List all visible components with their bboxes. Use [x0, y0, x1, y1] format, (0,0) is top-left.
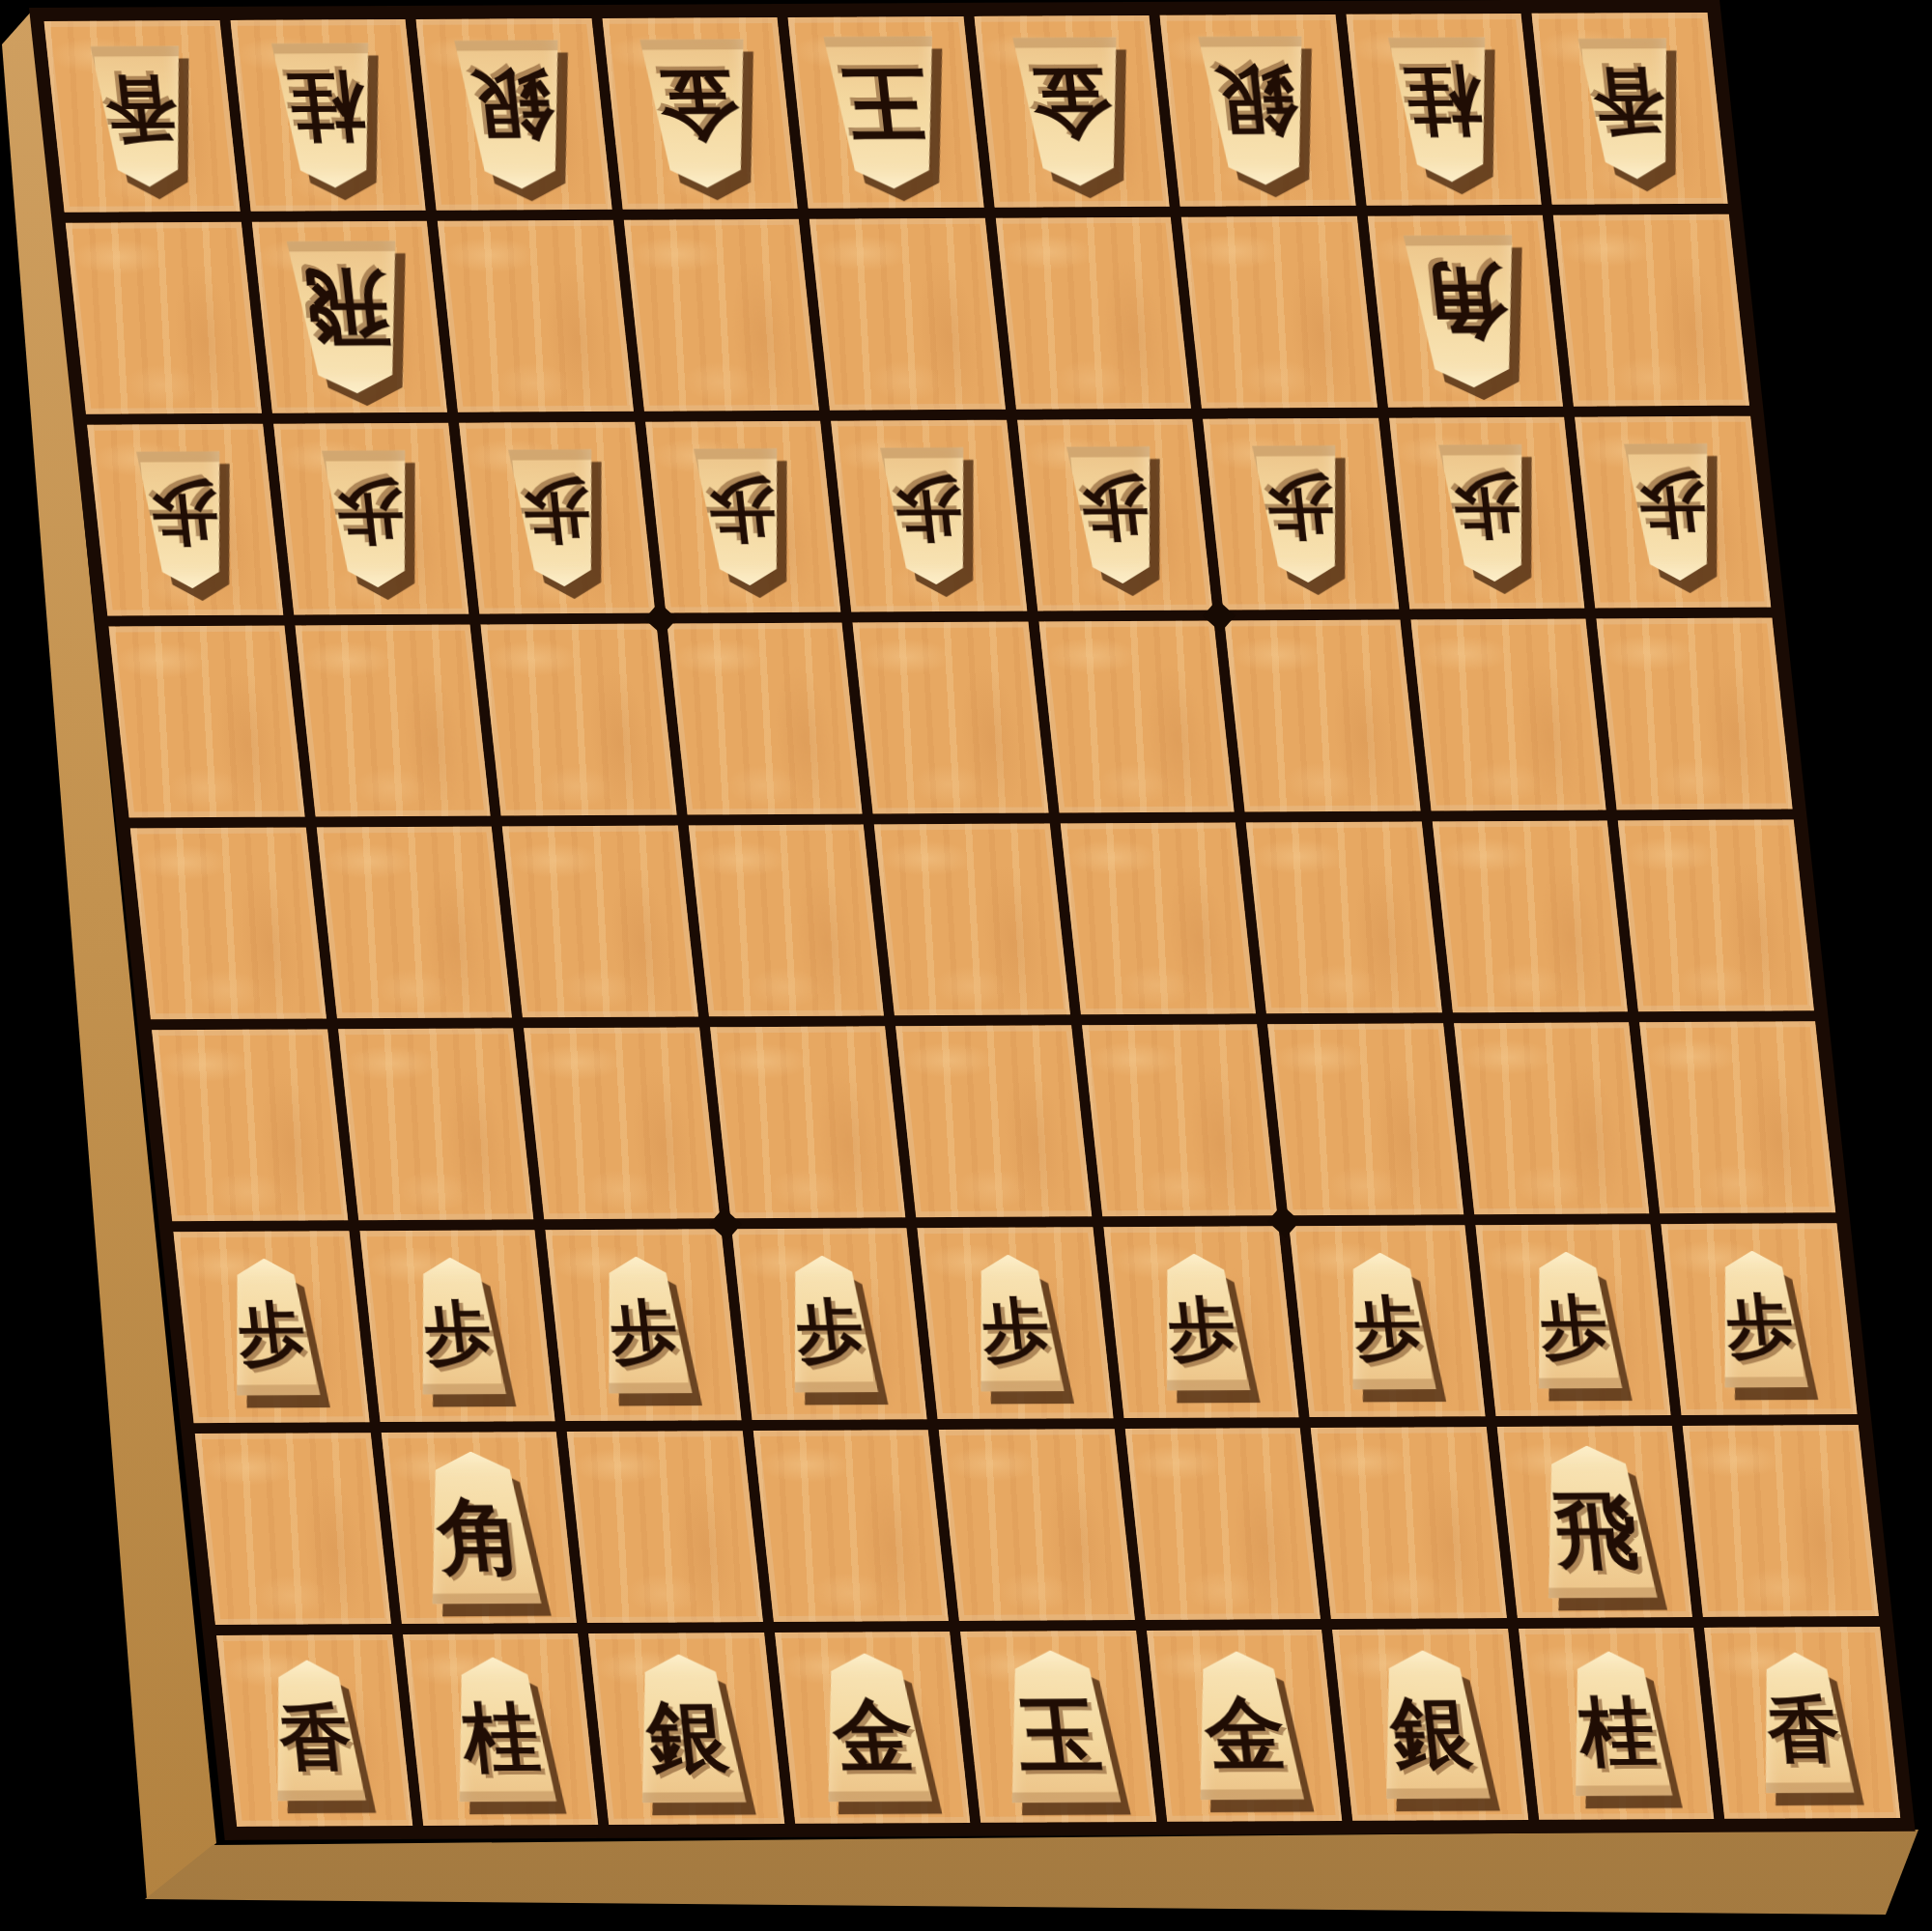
koma-body: 角 — [409, 1451, 549, 1604]
square-6f[interactable] — [710, 1026, 906, 1218]
piece-gote-pawn[interactable]: 歩 — [1433, 444, 1542, 582]
koma-body: 歩 — [874, 447, 983, 584]
piece-sente-pawn[interactable]: 歩 — [588, 1256, 697, 1393]
square-9e[interactable] — [130, 828, 327, 1020]
piece-gote-pawn[interactable]: 歩 — [1618, 443, 1727, 581]
square-6a[interactable]: 金 — [602, 17, 798, 210]
kanji-label: 香 — [1590, 66, 1669, 137]
piece-gote-pawn[interactable]: 歩 — [1246, 445, 1355, 582]
square-9b[interactable] — [66, 222, 262, 414]
square-6b[interactable] — [623, 219, 819, 412]
kanji-label: 歩 — [1263, 473, 1337, 541]
square-5e[interactable] — [874, 823, 1070, 1015]
kanji-label: 歩 — [1077, 474, 1151, 542]
kanji-label: 歩 — [607, 1297, 681, 1365]
square-5c[interactable]: 歩 — [831, 420, 1027, 612]
piece-sente-silver[interactable]: 銀 — [1364, 1650, 1497, 1800]
koma-body: 歩 — [588, 1256, 697, 1393]
koma-body: 桂 — [1553, 1651, 1679, 1797]
square-2e[interactable] — [1433, 820, 1629, 1012]
kanji-label: 金 — [1202, 1694, 1290, 1774]
piece-sente-silver[interactable]: 銀 — [619, 1654, 753, 1803]
koma-body: 歩 — [403, 1257, 512, 1394]
piece-gote-silver[interactable]: 銀 — [447, 40, 581, 189]
koma-body: 金 — [633, 39, 766, 188]
koma-body: 歩 — [1705, 1250, 1814, 1387]
koma-body: 銀 — [447, 40, 581, 189]
kanji-label: 桂 — [460, 1699, 543, 1775]
kanji-label: 歩 — [705, 476, 780, 544]
koma-body: 金 — [806, 1653, 939, 1803]
square-6h[interactable] — [753, 1430, 949, 1622]
square-6g[interactable]: 歩 — [731, 1228, 927, 1420]
piece-gote-silver[interactable]: 銀 — [1191, 36, 1324, 185]
square-7c[interactable]: 歩 — [459, 422, 655, 614]
square-1a[interactable]: 香 — [1532, 13, 1728, 205]
kanji-label: 玉 — [1013, 1693, 1105, 1776]
shogi-scene: 香桂銀金王金銀桂香飛角歩歩歩歩歩歩歩歩歩歩歩歩歩歩歩歩歩歩角飛香桂銀金玉金銀桂香 — [0, 0, 1932, 1931]
piece-gote-rook[interactable]: 飛 — [279, 241, 419, 394]
kanji-label: 香 — [1764, 1694, 1843, 1766]
koma-body: 歩 — [316, 450, 425, 587]
koma-body: 歩 — [1519, 1251, 1628, 1388]
piece-gote-pawn[interactable]: 歩 — [130, 451, 240, 588]
square-5i[interactable]: 玉 — [960, 1631, 1156, 1823]
koma-body: 歩 — [1333, 1252, 1442, 1389]
square-5f[interactable] — [895, 1025, 1092, 1217]
kanji-label: 歩 — [147, 479, 221, 547]
square-9i[interactable]: 香 — [216, 1634, 412, 1827]
koma-body: 歩 — [1618, 443, 1727, 581]
koma-body: 桂 — [1381, 37, 1507, 183]
square-7i[interactable]: 銀 — [588, 1633, 784, 1825]
kanji-label: 飛 — [302, 267, 394, 350]
piece-sente-rook[interactable]: 飛 — [1525, 1445, 1665, 1599]
square-5a[interactable]: 王 — [788, 16, 984, 209]
piece-gote-lance[interactable]: 香 — [1572, 38, 1688, 179]
square-2a[interactable]: 桂 — [1346, 14, 1542, 206]
square-1g[interactable]: 歩 — [1662, 1223, 1858, 1415]
kanji-label: 香 — [101, 73, 181, 145]
square-9d[interactable] — [108, 626, 304, 818]
shogi-board: 香桂銀金王金銀桂香飛角歩歩歩歩歩歩歩歩歩歩歩歩歩歩歩歩歩歩角飛香桂銀金玉金銀桂香 — [29, 0, 1916, 1840]
koma-body: 金 — [1178, 1651, 1311, 1801]
koma-body: 桂 — [265, 43, 390, 188]
square-8i[interactable]: 桂 — [403, 1633, 599, 1826]
kanji-label: 金 — [830, 1696, 918, 1775]
square-8f[interactable] — [338, 1028, 534, 1220]
koma-body: 飛 — [1525, 1445, 1665, 1599]
koma-body: 香 — [257, 1660, 373, 1801]
koma-body: 香 — [84, 45, 200, 186]
piece-sente-king[interactable]: 玉 — [988, 1650, 1128, 1803]
square-2b[interactable]: 角 — [1368, 215, 1564, 408]
square-1f[interactable] — [1640, 1021, 1836, 1213]
koma-body: 歩 — [775, 1255, 884, 1392]
square-3i[interactable]: 銀 — [1332, 1629, 1528, 1821]
square-8b[interactable]: 飛 — [251, 221, 447, 413]
koma-body: 王 — [816, 36, 956, 189]
piece-gote-king[interactable]: 王 — [816, 36, 956, 189]
piece-sente-bishop[interactable]: 角 — [409, 1451, 549, 1604]
piece-sente-pawn[interactable]: 歩 — [216, 1258, 326, 1395]
kanji-label: 歩 — [979, 1295, 1053, 1363]
kanji-label: 歩 — [1449, 472, 1523, 540]
kanji-label: 角 — [1418, 261, 1510, 344]
koma-body: 歩 — [216, 1258, 326, 1395]
square-6d[interactable] — [667, 623, 863, 815]
square-5b[interactable] — [810, 218, 1006, 411]
koma-body: 歩 — [1147, 1253, 1256, 1390]
piece-gote-bishop[interactable]: 角 — [1396, 235, 1536, 388]
square-3h[interactable] — [1311, 1427, 1507, 1619]
square-6i[interactable]: 金 — [775, 1632, 971, 1824]
square-1e[interactable] — [1618, 819, 1814, 1011]
square-7e[interactable] — [502, 825, 698, 1017]
kanji-label: 金 — [1027, 64, 1115, 143]
square-4c[interactable]: 歩 — [1017, 419, 1213, 611]
square-3e[interactable] — [1246, 821, 1442, 1013]
koma-body: 歩 — [1433, 444, 1542, 582]
square-8e[interactable] — [316, 827, 512, 1019]
square-2f[interactable] — [1454, 1022, 1650, 1214]
square-8h[interactable]: 角 — [381, 1432, 577, 1624]
square-8g[interactable]: 歩 — [359, 1230, 555, 1422]
piece-gote-pawn[interactable]: 歩 — [689, 448, 798, 585]
kanji-label: 歩 — [420, 1298, 495, 1366]
square-7g[interactable]: 歩 — [546, 1229, 742, 1421]
square-2g[interactable]: 歩 — [1475, 1224, 1671, 1416]
square-5h[interactable] — [939, 1429, 1135, 1621]
kanji-label: 歩 — [1722, 1292, 1797, 1359]
kanji-label: 銀 — [1213, 63, 1301, 142]
koma-body: 桂 — [438, 1657, 563, 1803]
kanji-label: 歩 — [1165, 1294, 1239, 1362]
square-1b[interactable] — [1553, 214, 1749, 407]
square-4d[interactable] — [1038, 621, 1235, 813]
square-3b[interactable] — [1181, 216, 1378, 409]
piece-sente-pawn[interactable]: 歩 — [1147, 1253, 1256, 1390]
square-6c[interactable]: 歩 — [645, 421, 841, 613]
kanji-label: 銀 — [469, 67, 557, 146]
square-1i[interactable]: 香 — [1704, 1627, 1900, 1819]
koma-body: 金 — [1005, 37, 1138, 186]
koma-body: 歩 — [689, 448, 798, 585]
piece-gote-knight[interactable]: 桂 — [265, 43, 390, 188]
square-2h[interactable]: 飛 — [1497, 1426, 1693, 1618]
piece-gote-gold[interactable]: 金 — [633, 39, 766, 188]
kanji-label: 香 — [275, 1702, 355, 1774]
square-7d[interactable] — [481, 624, 677, 816]
piece-sente-lance[interactable]: 香 — [1745, 1652, 1861, 1793]
koma-body: 銀 — [1364, 1650, 1497, 1800]
square-3f[interactable] — [1267, 1023, 1463, 1215]
square-3a[interactable]: 銀 — [1160, 14, 1356, 207]
square-5g[interactable]: 歩 — [918, 1227, 1114, 1419]
koma-body: 香 — [1745, 1652, 1861, 1793]
piece-gote-knight[interactable]: 桂 — [1381, 37, 1507, 183]
square-1c[interactable]: 歩 — [1576, 416, 1772, 609]
piece-sente-pawn[interactable]: 歩 — [1705, 1250, 1814, 1387]
square-2i[interactable]: 桂 — [1519, 1628, 1715, 1820]
kanji-label: 飛 — [1549, 1489, 1641, 1572]
koma-body: 玉 — [988, 1650, 1128, 1803]
square-7a[interactable]: 銀 — [416, 18, 612, 211]
piece-sente-pawn[interactable]: 歩 — [775, 1255, 884, 1392]
square-4a[interactable]: 金 — [974, 15, 1170, 208]
kanji-label: 銀 — [1387, 1693, 1475, 1773]
square-8c[interactable]: 歩 — [273, 423, 469, 615]
square-6e[interactable] — [688, 824, 884, 1016]
koma-body: 銀 — [1191, 36, 1324, 185]
piece-sente-pawn[interactable]: 歩 — [1333, 1252, 1442, 1389]
kanji-label: 歩 — [792, 1296, 867, 1364]
square-7h[interactable] — [567, 1431, 763, 1623]
piece-sente-gold[interactable]: 金 — [806, 1653, 939, 1803]
square-2c[interactable]: 歩 — [1389, 417, 1585, 610]
piece-sente-pawn[interactable]: 歩 — [1519, 1251, 1628, 1388]
square-1d[interactable] — [1597, 618, 1793, 810]
piece-gote-pawn[interactable]: 歩 — [502, 449, 611, 586]
kanji-label: 歩 — [1537, 1292, 1611, 1360]
kanji-label: 桂 — [285, 70, 368, 145]
kanji-label: 歩 — [1350, 1293, 1425, 1361]
koma-body: 歩 — [1061, 446, 1170, 583]
koma-body: 歩 — [502, 449, 611, 586]
kanji-label: 歩 — [1634, 471, 1709, 539]
kanji-label: 銀 — [643, 1697, 731, 1776]
square-7f[interactable] — [524, 1027, 720, 1219]
koma-body: 歩 — [960, 1254, 1069, 1391]
kanji-label: 桂 — [1576, 1693, 1659, 1769]
kanji-label: 桂 — [1402, 64, 1485, 139]
piece-gote-gold[interactable]: 金 — [1005, 37, 1138, 186]
koma-body: 香 — [1572, 38, 1688, 179]
kanji-label: 歩 — [519, 477, 593, 545]
square-3g[interactable]: 歩 — [1290, 1225, 1486, 1417]
square-9a[interactable]: 香 — [43, 20, 240, 213]
koma-body: 歩 — [1246, 445, 1355, 582]
koma-body: 飛 — [279, 241, 419, 394]
piece-gote-pawn[interactable]: 歩 — [1061, 446, 1170, 583]
kanji-label: 歩 — [235, 1299, 309, 1367]
square-8a[interactable]: 桂 — [230, 19, 426, 212]
piece-sente-lance[interactable]: 香 — [257, 1660, 373, 1801]
koma-body: 銀 — [619, 1654, 753, 1803]
piece-gote-lance[interactable]: 香 — [84, 45, 200, 186]
koma-body: 角 — [1396, 235, 1536, 388]
square-4b[interactable] — [996, 217, 1192, 410]
piece-gote-pawn[interactable]: 歩 — [874, 447, 983, 584]
square-3d[interactable] — [1225, 620, 1421, 812]
square-5d[interactable] — [853, 622, 1049, 814]
piece-sente-pawn[interactable]: 歩 — [960, 1254, 1069, 1391]
square-7b[interactable] — [438, 220, 634, 412]
square-9g[interactable]: 歩 — [173, 1231, 369, 1423]
piece-sente-gold[interactable]: 金 — [1178, 1651, 1311, 1801]
kanji-label: 角 — [434, 1494, 526, 1577]
square-9f[interactable] — [152, 1029, 348, 1221]
kanji-label: 歩 — [333, 478, 408, 546]
piece-sente-knight[interactable]: 桂 — [1553, 1651, 1679, 1797]
kanji-label: 金 — [655, 66, 743, 145]
square-9c[interactable]: 歩 — [87, 424, 283, 616]
square-4f[interactable] — [1082, 1024, 1278, 1216]
piece-gote-pawn[interactable]: 歩 — [316, 450, 425, 587]
piece-sente-knight[interactable]: 桂 — [438, 1657, 563, 1803]
square-3c[interactable]: 歩 — [1203, 418, 1399, 611]
square-4e[interactable] — [1061, 822, 1257, 1014]
kanji-label: 王 — [838, 62, 930, 145]
kanji-label: 歩 — [891, 475, 965, 543]
square-8d[interactable] — [295, 625, 491, 817]
square-2d[interactable] — [1410, 619, 1606, 811]
square-9h[interactable] — [195, 1433, 391, 1625]
square-4i[interactable]: 金 — [1147, 1630, 1343, 1822]
piece-sente-pawn[interactable]: 歩 — [403, 1257, 512, 1394]
square-4g[interactable]: 歩 — [1103, 1226, 1299, 1418]
square-4h[interactable] — [1125, 1428, 1321, 1620]
square-1h[interactable] — [1683, 1425, 1879, 1617]
koma-body: 歩 — [130, 451, 240, 588]
